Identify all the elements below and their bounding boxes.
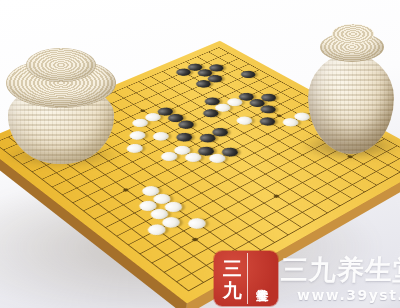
watermark-url-text: www.39yst.com	[297, 287, 400, 303]
photo-scene: 三 九 養生堂 三九养生堂 www.39yst.com	[0, 0, 400, 308]
watermark-brand-text: 三九养生堂	[280, 252, 400, 288]
stone-bowl-left	[4, 46, 120, 168]
bowl-left-lid-knob	[26, 48, 96, 82]
seal-main-characters: 三 九	[217, 253, 247, 304]
seal-char-bottom: 九	[217, 279, 247, 301]
red-seal-stamp: 三 九 養生堂	[214, 251, 278, 306]
seal-char-top: 三	[217, 257, 247, 279]
stone-bowl-right	[306, 24, 398, 158]
seal-side-characters: 養生堂	[247, 253, 275, 304]
bowl-right-lid-knob	[332, 24, 374, 44]
